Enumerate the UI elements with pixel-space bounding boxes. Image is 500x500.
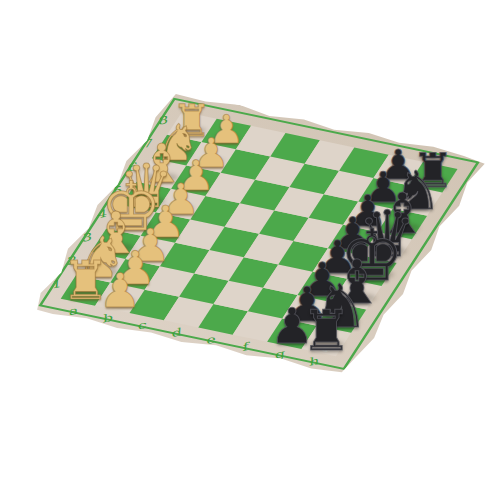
piece-white-pawn-b1[interactable]: ♟ bbox=[80, 267, 160, 314]
piece-black-rook-h1[interactable]: ♜ bbox=[286, 303, 366, 359]
file-label-c: c bbox=[130, 318, 152, 333]
file-label-e: e bbox=[199, 332, 221, 347]
file-label-d: d bbox=[164, 325, 186, 340]
chess-set-photo: ® abcdefgh12345678 ♜♞♝♚♛♝♞♜♟♟♟♟♟♟♟♟♟♟♟♟♟… bbox=[0, 0, 500, 500]
